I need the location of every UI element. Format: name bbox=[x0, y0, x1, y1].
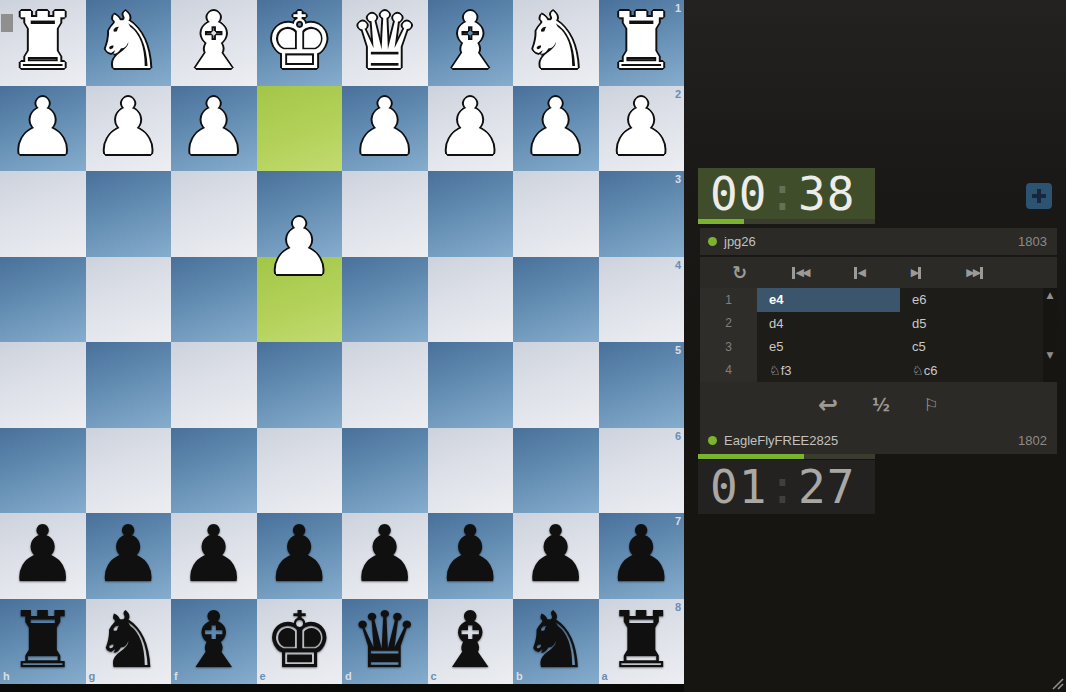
white-king[interactable]: ♚ bbox=[257, 0, 343, 86]
white-player-rating: 1803 bbox=[1018, 234, 1047, 249]
file-label-c: c bbox=[431, 670, 437, 682]
square-h1[interactable]: ♜ bbox=[0, 0, 86, 86]
black-bishop[interactable]: ♝ bbox=[171, 599, 257, 685]
white-rook[interactable]: ♜ bbox=[599, 0, 685, 86]
move-row-3: 3e5c5 bbox=[700, 335, 1057, 359]
last-move-button[interactable]: ▶▶ bbox=[959, 257, 988, 288]
move-4-white[interactable]: ♘f3 bbox=[757, 359, 900, 383]
rank-label-5: 5 bbox=[675, 344, 681, 356]
rank-label-2: 2 bbox=[675, 88, 681, 100]
square-b8[interactable]: ♞b bbox=[513, 599, 599, 685]
white-player-bar[interactable]: jpg26 1803 bbox=[700, 228, 1057, 255]
black-pawn[interactable]: ♟ bbox=[513, 513, 599, 599]
move-3-black[interactable]: c5 bbox=[900, 335, 1043, 359]
move-row-1: 1e4e6 bbox=[700, 288, 1057, 312]
move-navigation-bar: ↻◀◀◀▶▶▶ bbox=[700, 257, 1057, 288]
move-1-black[interactable]: e6 bbox=[900, 288, 1043, 312]
square-f6[interactable] bbox=[171, 428, 257, 514]
move-2-black[interactable]: d5 bbox=[900, 312, 1043, 336]
square-f8[interactable]: ♝f bbox=[171, 599, 257, 685]
square-b2[interactable]: ♟ bbox=[513, 86, 599, 172]
square-g2[interactable]: ♟ bbox=[86, 86, 172, 172]
black-pawn[interactable]: ♟ bbox=[342, 513, 428, 599]
white-pawn[interactable]: ♟ bbox=[0, 86, 86, 172]
square-c2[interactable]: ♟ bbox=[428, 86, 514, 172]
square-d6[interactable] bbox=[342, 428, 428, 514]
square-g3[interactable] bbox=[86, 171, 172, 257]
square-g6[interactable] bbox=[86, 428, 172, 514]
bar-icon bbox=[918, 267, 921, 279]
square-a1[interactable]: ♜1 bbox=[599, 0, 685, 86]
square-b4[interactable] bbox=[513, 257, 599, 343]
square-h8[interactable]: ♜h bbox=[0, 599, 86, 685]
next-move-button[interactable]: ▶ bbox=[904, 257, 927, 288]
square-e6[interactable] bbox=[257, 428, 343, 514]
file-label-a: a bbox=[602, 670, 608, 682]
square-e7[interactable]: ♟ bbox=[257, 513, 343, 599]
black-player-bar[interactable]: EagleFlyFREE2825 1802 bbox=[700, 427, 1057, 454]
square-g8[interactable]: ♞g bbox=[86, 599, 172, 685]
square-c1[interactable]: ♝ bbox=[428, 0, 514, 86]
move-2-white[interactable]: d4 bbox=[757, 312, 900, 336]
square-b6[interactable] bbox=[513, 428, 599, 514]
white-queen[interactable]: ♛ bbox=[342, 0, 428, 86]
square-h7[interactable]: ♟ bbox=[0, 513, 86, 599]
black-pawn[interactable]: ♟ bbox=[428, 513, 514, 599]
square-g5[interactable] bbox=[86, 342, 172, 428]
clock-seconds: 38 bbox=[798, 167, 855, 221]
square-e1[interactable]: ♚ bbox=[257, 0, 343, 86]
board-bottom-strip bbox=[0, 684, 684, 692]
rank-label-1: 1 bbox=[675, 2, 681, 14]
black-pawn[interactable]: ♟ bbox=[599, 513, 685, 599]
black-king[interactable]: ♚ bbox=[257, 599, 343, 685]
file-label-g: g bbox=[89, 670, 96, 682]
square-d7[interactable]: ♟ bbox=[342, 513, 428, 599]
square-d5[interactable] bbox=[342, 342, 428, 428]
move-number: 3 bbox=[700, 335, 757, 359]
square-a6[interactable]: 6 bbox=[599, 428, 685, 514]
square-c8[interactable]: ♝c bbox=[428, 599, 514, 685]
square-a3[interactable]: 3 bbox=[599, 171, 685, 257]
black-player-name[interactable]: EagleFlyFREE2825 bbox=[724, 433, 838, 448]
square-f1[interactable]: ♝ bbox=[171, 0, 257, 86]
give-more-time-button[interactable] bbox=[1026, 183, 1052, 209]
square-b1[interactable]: ♞ bbox=[513, 0, 599, 86]
white-pawn[interactable]: ♟ bbox=[171, 86, 257, 172]
square-f3[interactable] bbox=[171, 171, 257, 257]
triangle-icon: ▶▶ bbox=[965, 267, 980, 279]
square-b7[interactable]: ♟ bbox=[513, 513, 599, 599]
black-pawn[interactable]: ♟ bbox=[0, 513, 86, 599]
square-f7[interactable]: ♟ bbox=[171, 513, 257, 599]
square-f4[interactable] bbox=[171, 257, 257, 343]
white-player-name[interactable]: jpg26 bbox=[724, 234, 756, 249]
square-g7[interactable]: ♟ bbox=[86, 513, 172, 599]
triangle-icon: ▶ bbox=[910, 267, 918, 279]
square-e4[interactable]: ♟ bbox=[257, 257, 343, 343]
file-label-d: d bbox=[345, 670, 352, 682]
online-status-icon bbox=[708, 237, 717, 246]
move-3-white[interactable]: e5 bbox=[757, 335, 900, 359]
white-pawn[interactable]: ♟ bbox=[86, 86, 172, 172]
rank-label-3: 3 bbox=[675, 173, 681, 185]
rank-label-4: 4 bbox=[675, 259, 681, 271]
square-e8[interactable]: ♚e bbox=[257, 599, 343, 685]
square-d2[interactable]: ♟ bbox=[342, 86, 428, 172]
white-time-bar bbox=[698, 219, 875, 224]
rank-label-7: 7 bbox=[675, 515, 681, 527]
cycle-replay-button-icon: ↻ bbox=[732, 262, 747, 283]
cycle-replay-button[interactable]: ↻ bbox=[726, 257, 753, 288]
square-h3[interactable] bbox=[0, 171, 86, 257]
white-time-bar-fill bbox=[698, 219, 744, 224]
black-bishop[interactable]: ♝ bbox=[428, 599, 514, 685]
black-rook[interactable]: ♜ bbox=[0, 599, 86, 685]
square-c3[interactable] bbox=[428, 171, 514, 257]
square-a4[interactable]: 4 bbox=[599, 257, 685, 343]
black-pawn[interactable]: ♟ bbox=[86, 513, 172, 599]
file-label-b: b bbox=[516, 670, 523, 682]
square-g1[interactable]: ♞ bbox=[86, 0, 172, 86]
takeback-button[interactable]: ↩ bbox=[818, 393, 838, 417]
move-list: 1e4e62d4d53e5c54♘f3♘c6 bbox=[700, 288, 1057, 382]
game-screen: ♜♞♝♚♛♝♞♜1♟♟♟♟♟♟♟23♟456♟♟♟♟♟♟♟♟7♜h♞g♝f♚e♛… bbox=[0, 0, 1066, 692]
rank-label-8: 8 bbox=[675, 601, 681, 613]
black-time-bar-fill bbox=[698, 454, 804, 459]
chess-board[interactable]: ♜♞♝♚♛♝♞♜1♟♟♟♟♟♟♟23♟456♟♟♟♟♟♟♟♟7♜h♞g♝f♚e♛… bbox=[0, 0, 684, 684]
move-list-scrollbar[interactable]: ▲ ▼ bbox=[1043, 288, 1057, 382]
rank-label-6: 6 bbox=[675, 430, 681, 442]
black-pawn[interactable]: ♟ bbox=[257, 513, 343, 599]
square-h2[interactable]: ♟ bbox=[0, 86, 86, 172]
square-d1[interactable]: ♛ bbox=[342, 0, 428, 86]
square-c5[interactable] bbox=[428, 342, 514, 428]
square-a5[interactable]: 5 bbox=[599, 342, 685, 428]
white-bishop[interactable]: ♝ bbox=[171, 0, 257, 86]
online-status-icon bbox=[708, 436, 717, 445]
move-row-4: 4♘f3♘c6 bbox=[700, 359, 1057, 383]
square-a2[interactable]: ♟2 bbox=[599, 86, 685, 172]
file-label-e: e bbox=[260, 670, 266, 682]
black-rook[interactable]: ♜ bbox=[599, 599, 685, 685]
move-number: 4 bbox=[700, 359, 757, 383]
white-player-clock: 00:38 bbox=[698, 168, 875, 219]
white-pawn[interactable]: ♟ bbox=[513, 86, 599, 172]
triangle-icon: ◀ bbox=[857, 267, 865, 279]
white-pawn[interactable]: ♟ bbox=[342, 86, 428, 172]
square-b5[interactable] bbox=[513, 342, 599, 428]
black-knight[interactable]: ♞ bbox=[513, 599, 599, 685]
square-c4[interactable] bbox=[428, 257, 514, 343]
bar-icon bbox=[980, 267, 983, 279]
square-d3[interactable] bbox=[342, 171, 428, 257]
square-h4[interactable] bbox=[0, 257, 86, 343]
square-b3[interactable] bbox=[513, 171, 599, 257]
black-player-rating: 1802 bbox=[1018, 433, 1047, 448]
file-label-f: f bbox=[174, 670, 178, 682]
game-actions-bar: ↩½⚐ bbox=[700, 382, 1057, 427]
white-knight[interactable]: ♞ bbox=[86, 0, 172, 86]
black-time-bar bbox=[698, 454, 875, 459]
clock-minutes: 01 bbox=[710, 460, 767, 514]
plus-icon bbox=[1032, 189, 1046, 203]
square-d8[interactable]: ♛d bbox=[342, 599, 428, 685]
first-move-button[interactable]: ◀◀ bbox=[786, 257, 815, 288]
square-a7[interactable]: ♟7 bbox=[599, 513, 685, 599]
clock-colon: : bbox=[767, 167, 798, 221]
black-player-clock: 01:27 bbox=[698, 460, 875, 514]
clock-colon: : bbox=[767, 460, 798, 514]
square-e5[interactable] bbox=[257, 342, 343, 428]
draw-offer-button[interactable]: ½ bbox=[872, 395, 890, 415]
white-bishop[interactable]: ♝ bbox=[428, 0, 514, 86]
prev-move-button[interactable]: ◀ bbox=[848, 257, 871, 288]
square-h6[interactable] bbox=[0, 428, 86, 514]
white-pawn[interactable]: ♟ bbox=[428, 86, 514, 172]
black-queen[interactable]: ♛ bbox=[342, 599, 428, 685]
move-number: 2 bbox=[700, 312, 757, 336]
scroll-up-icon[interactable]: ▲ bbox=[1043, 290, 1057, 300]
square-e2[interactable] bbox=[257, 86, 343, 172]
white-pawn[interactable]: ♟ bbox=[257, 206, 343, 292]
square-d4[interactable] bbox=[342, 257, 428, 343]
file-label-h: h bbox=[3, 670, 10, 682]
resign-button[interactable]: ⚐ bbox=[924, 395, 939, 415]
square-g4[interactable] bbox=[86, 257, 172, 343]
clock-minutes: 00 bbox=[710, 167, 767, 221]
move-number: 1 bbox=[700, 288, 757, 312]
move-1-white[interactable]: e4 bbox=[757, 288, 900, 312]
square-f5[interactable] bbox=[171, 342, 257, 428]
square-a8[interactable]: ♜8a bbox=[599, 599, 685, 685]
move-row-2: 2d4d5 bbox=[700, 312, 1057, 336]
clock-seconds: 27 bbox=[798, 460, 855, 514]
triangle-icon: ◀◀ bbox=[795, 267, 810, 279]
white-rook[interactable]: ♜ bbox=[0, 0, 86, 86]
square-c6[interactable] bbox=[428, 428, 514, 514]
scroll-down-icon[interactable]: ▼ bbox=[1043, 350, 1057, 360]
black-knight[interactable]: ♞ bbox=[86, 599, 172, 685]
white-knight[interactable]: ♞ bbox=[513, 0, 599, 86]
square-c7[interactable]: ♟ bbox=[428, 513, 514, 599]
square-h5[interactable] bbox=[0, 342, 86, 428]
square-f2[interactable]: ♟ bbox=[171, 86, 257, 172]
black-pawn[interactable]: ♟ bbox=[171, 513, 257, 599]
board-resize-handle-icon[interactable] bbox=[1051, 677, 1064, 690]
move-4-black[interactable]: ♘c6 bbox=[900, 359, 1043, 383]
white-pawn[interactable]: ♟ bbox=[599, 86, 685, 172]
